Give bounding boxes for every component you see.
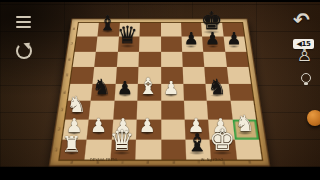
caption-right: W: Ng f3-h2 [201,159,224,163]
caption-left: DEYAVA FRENL [90,159,118,163]
app-frame: ↶ ◀15 ♙ abcdefgh87654321 ♝♚♛♟♟♟♞♟♝♟♞♞♟♟♟… [0,0,320,180]
piece-black-bishop-f1[interactable]: ♝ [186,131,208,156]
piece-white-bishop-d4[interactable]: ♝ [138,75,158,98]
piece-black-pawn-f7[interactable]: ♟ [184,31,199,48]
piece-white-king-g1[interactable]: ♚ [209,126,236,156]
piece-black-knight-b4[interactable]: ♞ [92,76,111,97]
piece-white-pawn-d2[interactable]: ♟ [139,116,156,135]
piece-white-knight-h2[interactable]: ♞ [235,112,255,134]
wood-table-background: ↶ ◀15 ♙ abcdefgh87654321 ♝♚♛♟♟♟♞♟♝♟♞♞♟♟♟… [0,2,320,167]
piece-white-queen-c1[interactable]: ♛ [109,127,134,155]
piece-black-pawn-c4[interactable]: ♟ [117,79,133,97]
piece-black-knight-g4[interactable]: ♞ [208,76,227,97]
piece-black-pawn-g7[interactable]: ♟ [205,31,220,48]
piece-white-rook-a1[interactable]: ♜ [62,133,82,155]
letterbox-bottom [0,167,320,180]
piece-white-pawn-e4[interactable]: ♟ [163,79,179,97]
piece-white-knight-a3[interactable]: ♞ [67,94,87,116]
piece-white-pawn-b2[interactable]: ♟ [90,116,107,135]
pieces-layer: ♝♚♛♟♟♟♞♟♝♟♞♞♟♟♟♟♟♟♞♜♛♝♚ [0,2,320,167]
piece-black-bishop-b8[interactable]: ♝ [98,13,116,33]
piece-black-pawn-h7[interactable]: ♟ [227,31,242,48]
piece-black-queen-c7[interactable]: ♛ [117,24,138,48]
